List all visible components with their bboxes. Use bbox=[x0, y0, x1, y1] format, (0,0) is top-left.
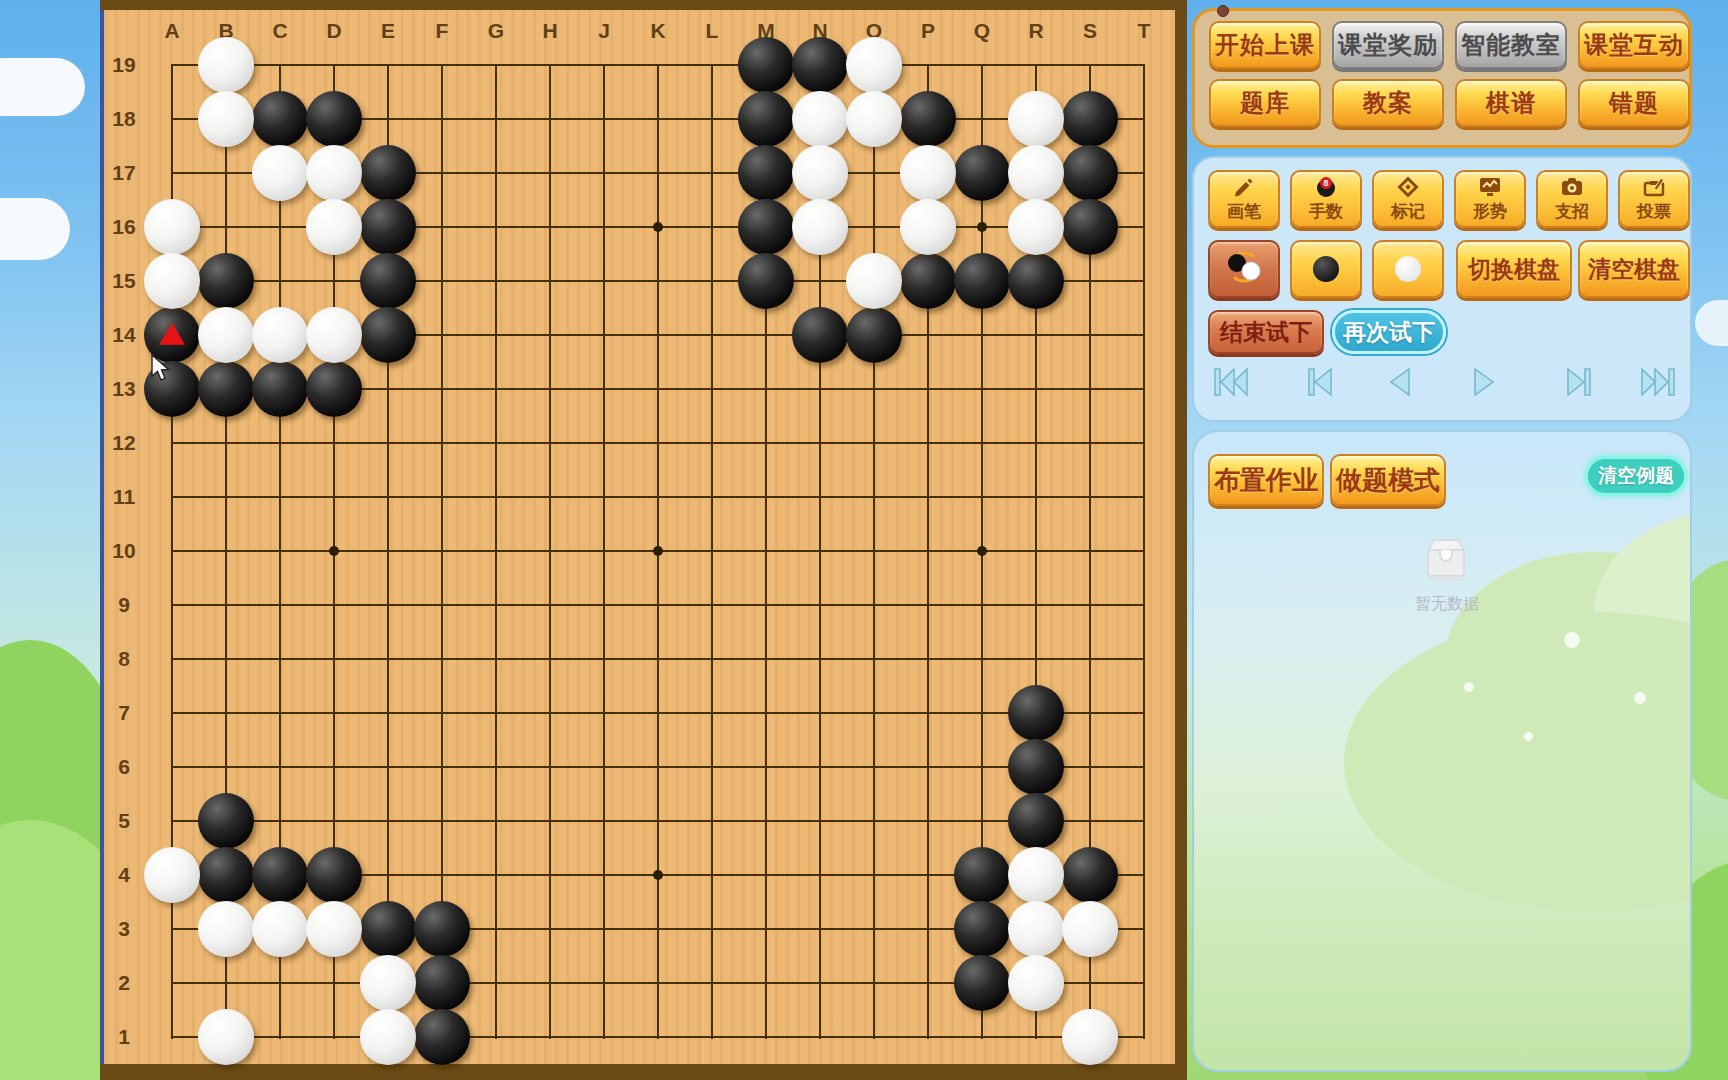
stone-black[interactable] bbox=[252, 91, 308, 147]
library-button-2[interactable]: 教案 bbox=[1332, 79, 1444, 127]
stone-white[interactable] bbox=[144, 253, 200, 309]
back-icon bbox=[1380, 366, 1420, 398]
stone-white[interactable] bbox=[252, 307, 308, 363]
tool-label: 手数 bbox=[1309, 200, 1343, 223]
territory-icon bbox=[1477, 175, 1503, 199]
row-label: 15 bbox=[112, 269, 135, 293]
stone-white[interactable] bbox=[198, 91, 254, 147]
grid-hline bbox=[171, 658, 1145, 660]
pencil-icon bbox=[1233, 175, 1255, 199]
stone-black[interactable] bbox=[414, 955, 470, 1011]
class-button-3[interactable]: 智能教室 bbox=[1455, 21, 1567, 69]
step-forward-button[interactable] bbox=[1557, 364, 1601, 400]
flower-dot bbox=[1634, 692, 1646, 704]
column-label: R bbox=[1028, 19, 1043, 43]
row-label: 4 bbox=[118, 863, 130, 887]
column-label: K bbox=[650, 19, 665, 43]
grid-hline bbox=[171, 766, 1145, 768]
tool-button-5[interactable]: 支招 bbox=[1536, 170, 1608, 228]
grid-vline bbox=[441, 65, 443, 1039]
white-stone-icon bbox=[1395, 256, 1421, 282]
swap-colors-icon bbox=[1224, 249, 1264, 289]
stone-black[interactable] bbox=[900, 91, 956, 147]
stone-black[interactable] bbox=[954, 955, 1010, 1011]
stone-white[interactable] bbox=[144, 847, 200, 903]
row-label: 6 bbox=[118, 755, 130, 779]
end-trial-button[interactable]: 结束试下 bbox=[1208, 310, 1324, 354]
tool-button-3[interactable]: 标记 bbox=[1372, 170, 1444, 228]
stone-black[interactable] bbox=[738, 91, 794, 147]
tools-panel: 画笔 8 手数 标记 形势 支招 投票 切换棋盘清空棋盘 结束试下 再次试下 bbox=[1192, 156, 1692, 422]
stone-black[interactable] bbox=[954, 253, 1010, 309]
star-point bbox=[977, 546, 987, 556]
row-label: 7 bbox=[118, 701, 130, 725]
row-label: 18 bbox=[112, 107, 135, 131]
column-label: L bbox=[706, 19, 719, 43]
column-label: A bbox=[164, 19, 179, 43]
triangle-mark-icon bbox=[159, 323, 185, 345]
stone-black[interactable] bbox=[1062, 145, 1118, 201]
stone-white[interactable] bbox=[1008, 901, 1064, 957]
stone-black[interactable] bbox=[1062, 199, 1118, 255]
stone-black[interactable] bbox=[360, 901, 416, 957]
stone-black[interactable] bbox=[306, 847, 362, 903]
stone-black[interactable] bbox=[414, 901, 470, 957]
library-button-3[interactable]: 棋谱 bbox=[1455, 79, 1567, 127]
row-label: 11 bbox=[113, 485, 135, 509]
column-label: Q bbox=[974, 19, 990, 43]
forward-icon bbox=[1464, 366, 1504, 398]
stone-black[interactable] bbox=[414, 1009, 470, 1065]
stone-white[interactable] bbox=[1008, 199, 1064, 255]
panel-pin-icon bbox=[1217, 5, 1229, 17]
row-label: 19 bbox=[112, 53, 135, 77]
stone-black[interactable] bbox=[306, 91, 362, 147]
stone-black[interactable] bbox=[954, 847, 1010, 903]
grid-vline bbox=[495, 65, 497, 1039]
stone-white[interactable] bbox=[1008, 847, 1064, 903]
star-point bbox=[653, 546, 663, 556]
step-forward-icon bbox=[1559, 366, 1599, 398]
column-label: E bbox=[381, 19, 395, 43]
svg-text:8: 8 bbox=[1323, 178, 1328, 188]
assign-homework-button[interactable]: 布置作业 bbox=[1208, 454, 1324, 506]
column-label: G bbox=[488, 19, 504, 43]
stone-white[interactable] bbox=[792, 91, 848, 147]
column-label: C bbox=[272, 19, 287, 43]
stone-black[interactable] bbox=[954, 145, 1010, 201]
step-back-button[interactable] bbox=[1298, 364, 1342, 400]
mark-icon bbox=[1396, 175, 1420, 199]
stone-white[interactable] bbox=[198, 37, 254, 93]
column-label: J bbox=[598, 19, 610, 43]
tool-label: 投票 bbox=[1637, 200, 1671, 223]
cloud-decoration bbox=[0, 198, 70, 260]
tool-label: 画笔 bbox=[1227, 200, 1261, 223]
grid-hline bbox=[171, 1036, 1145, 1038]
column-label: H bbox=[542, 19, 557, 43]
stone-white[interactable] bbox=[144, 199, 200, 255]
mouse-cursor bbox=[150, 354, 172, 388]
grid-hline bbox=[171, 820, 1145, 822]
stone-black[interactable] bbox=[738, 37, 794, 93]
grid-vline bbox=[549, 65, 551, 1039]
tool-label: 标记 bbox=[1391, 200, 1425, 223]
stone-white[interactable] bbox=[792, 199, 848, 255]
stone-black[interactable] bbox=[792, 37, 848, 93]
black-stone-button[interactable] bbox=[1290, 240, 1362, 298]
tool-label: 支招 bbox=[1555, 200, 1589, 223]
stone-black[interactable] bbox=[198, 361, 254, 417]
stone-black[interactable] bbox=[1008, 685, 1064, 741]
row-label: 2 bbox=[118, 971, 130, 995]
class-button-1[interactable]: 开始上课 bbox=[1209, 21, 1321, 69]
swap-colors-button[interactable] bbox=[1208, 240, 1280, 298]
row-label: 17 bbox=[112, 161, 135, 185]
tool-button-6[interactable]: 投票 bbox=[1618, 170, 1690, 228]
stone-black[interactable] bbox=[252, 847, 308, 903]
row-label: 1 bbox=[118, 1025, 130, 1049]
grid-hline bbox=[171, 712, 1145, 714]
retry-trial-button[interactable]: 再次试下 bbox=[1332, 310, 1446, 354]
forward-button[interactable] bbox=[1462, 364, 1506, 400]
row-label: 3 bbox=[118, 917, 130, 941]
stone-white[interactable] bbox=[306, 307, 362, 363]
flower-dot bbox=[1564, 632, 1580, 648]
skip-start-icon bbox=[1210, 366, 1250, 398]
stone-white[interactable] bbox=[198, 901, 254, 957]
stone-black[interactable] bbox=[954, 901, 1010, 957]
stone-black[interactable] bbox=[738, 253, 794, 309]
stone-black[interactable] bbox=[360, 307, 416, 363]
row-label: 5 bbox=[118, 809, 130, 833]
grid-vline bbox=[603, 65, 605, 1039]
classroom-panel: 开始上课课堂奖励智能教室课堂互动题库教案棋谱错题 bbox=[1192, 8, 1692, 148]
stone-black[interactable] bbox=[738, 199, 794, 255]
stone-white[interactable] bbox=[360, 955, 416, 1011]
empty-state-text: 暂无数据 bbox=[1372, 594, 1522, 615]
stone-white[interactable] bbox=[1062, 901, 1118, 957]
star-point bbox=[329, 546, 339, 556]
go-board[interactable]: A19B18C17D16E15F14G13H12J11K10L9M8N7O6P5… bbox=[100, 0, 1187, 1080]
stone-white[interactable] bbox=[846, 37, 902, 93]
stone-black[interactable] bbox=[1008, 739, 1064, 795]
stone-white[interactable] bbox=[1008, 145, 1064, 201]
class-button-2[interactable]: 课堂奖励 bbox=[1332, 21, 1444, 69]
white-stone-button[interactable] bbox=[1372, 240, 1444, 298]
empty-box-icon bbox=[1420, 536, 1472, 588]
star-point bbox=[977, 222, 987, 232]
star-point bbox=[653, 870, 663, 880]
stone-white[interactable] bbox=[1008, 955, 1064, 1011]
stone-white[interactable] bbox=[1008, 91, 1064, 147]
back-button[interactable] bbox=[1378, 364, 1422, 400]
stone-white[interactable] bbox=[252, 145, 308, 201]
stone-white[interactable] bbox=[1062, 1009, 1118, 1065]
stone-black[interactable] bbox=[198, 253, 254, 309]
column-label: T bbox=[1138, 19, 1151, 43]
stone-black[interactable] bbox=[900, 253, 956, 309]
clear-examples-button[interactable]: 清空例题 bbox=[1585, 456, 1687, 496]
stone-white[interactable] bbox=[198, 1009, 254, 1065]
column-label: P bbox=[921, 19, 935, 43]
cloud-decoration bbox=[0, 58, 85, 116]
column-label: D bbox=[326, 19, 341, 43]
star-point bbox=[653, 222, 663, 232]
stone-white[interactable] bbox=[900, 145, 956, 201]
stone-black[interactable] bbox=[198, 847, 254, 903]
stone-white[interactable] bbox=[198, 307, 254, 363]
stone-white[interactable] bbox=[306, 145, 362, 201]
step-back-icon bbox=[1300, 366, 1340, 398]
grid-vline bbox=[1143, 65, 1145, 1039]
skip-start-button[interactable] bbox=[1208, 364, 1252, 400]
clear-board-button[interactable]: 清空棋盘 bbox=[1578, 240, 1690, 298]
skip-end-icon bbox=[1639, 366, 1679, 398]
stone-white[interactable] bbox=[360, 1009, 416, 1065]
stone-black[interactable] bbox=[792, 307, 848, 363]
row-label: 16 bbox=[112, 215, 135, 239]
stone-black[interactable] bbox=[1062, 847, 1118, 903]
flower-dot bbox=[1524, 732, 1533, 741]
stone-black[interactable] bbox=[252, 361, 308, 417]
row-label: 9 bbox=[118, 593, 130, 617]
column-label: F bbox=[436, 19, 449, 43]
switch-board-button[interactable]: 切换棋盘 bbox=[1456, 240, 1572, 298]
stone-black[interactable] bbox=[306, 361, 362, 417]
class-button-4[interactable]: 课堂互动 bbox=[1578, 21, 1690, 69]
stone-white[interactable] bbox=[846, 91, 902, 147]
row-label: 13 bbox=[112, 377, 135, 401]
column-label: S bbox=[1083, 19, 1097, 43]
stone-white[interactable] bbox=[792, 145, 848, 201]
grid-vline bbox=[711, 65, 713, 1039]
library-button-1[interactable]: 题库 bbox=[1209, 79, 1321, 127]
stone-black[interactable] bbox=[360, 145, 416, 201]
grid-vline bbox=[873, 65, 875, 1039]
stone-white[interactable] bbox=[846, 253, 902, 309]
tool-button-2[interactable]: 8 手数 bbox=[1290, 170, 1362, 228]
stone-black[interactable] bbox=[1008, 793, 1064, 849]
row-label: 12 bbox=[112, 431, 135, 455]
row-label: 8 bbox=[118, 647, 130, 671]
stone-black[interactable] bbox=[360, 253, 416, 309]
stone-black[interactable] bbox=[1062, 91, 1118, 147]
move-number-icon: 8 bbox=[1314, 175, 1338, 199]
stone-black[interactable] bbox=[198, 793, 254, 849]
stone-black[interactable] bbox=[1008, 253, 1064, 309]
library-button-4[interactable]: 错题 bbox=[1578, 79, 1690, 127]
practice-mode-button[interactable]: 做题模式 bbox=[1330, 454, 1446, 506]
flower-dot bbox=[1464, 682, 1474, 692]
stone-black[interactable] bbox=[360, 199, 416, 255]
stone-white[interactable] bbox=[900, 199, 956, 255]
bush-decoration bbox=[1344, 612, 1692, 912]
black-stone-icon bbox=[1313, 256, 1339, 282]
row-label: 14 bbox=[112, 323, 135, 347]
skip-end-button[interactable] bbox=[1637, 364, 1681, 400]
row-label: 10 bbox=[112, 539, 135, 563]
tool-label: 形势 bbox=[1473, 200, 1507, 223]
homework-panel: 布置作业 做题模式 清空例题 暂无数据 bbox=[1192, 430, 1692, 1072]
stone-white[interactable] bbox=[252, 901, 308, 957]
stone-white[interactable] bbox=[306, 901, 362, 957]
grid-hline bbox=[171, 604, 1145, 606]
stone-black[interactable] bbox=[846, 307, 902, 363]
stone-white[interactable] bbox=[306, 199, 362, 255]
stone-black[interactable] bbox=[738, 145, 794, 201]
tool-button-1[interactable]: 画笔 bbox=[1208, 170, 1280, 228]
cloud-decoration bbox=[1695, 300, 1728, 346]
hint-icon bbox=[1559, 175, 1585, 199]
vote-icon bbox=[1642, 175, 1666, 199]
tool-button-4[interactable]: 形势 bbox=[1454, 170, 1526, 228]
